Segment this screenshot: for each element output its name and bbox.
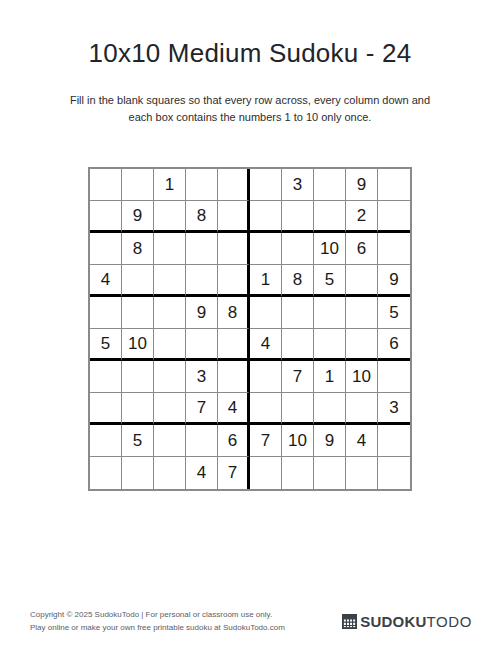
- cell-r3c5: [218, 233, 250, 265]
- cell-r4c1: 4: [90, 265, 122, 297]
- cell-r4c7: 8: [282, 265, 314, 297]
- cell-r5c1: [90, 297, 122, 329]
- cell-r10c5: 7: [218, 457, 250, 489]
- cell-r5c6: [250, 297, 282, 329]
- cell-r4c8: 5: [314, 265, 346, 297]
- cell-r7c5: [218, 361, 250, 393]
- instructions: Fill in the blank squares so that every …: [0, 92, 500, 125]
- cell-r6c3: [154, 329, 186, 361]
- cell-r3c4: [186, 233, 218, 265]
- instructions-line-1: Fill in the blank squares so that every …: [0, 92, 500, 109]
- cell-r7c7: 7: [282, 361, 314, 393]
- cell-r9c7: 10: [282, 425, 314, 457]
- cell-r2c8: [314, 201, 346, 233]
- cell-r2c7: [282, 201, 314, 233]
- cell-r8c9: [346, 393, 378, 425]
- cell-r2c3: [154, 201, 186, 233]
- cell-r9c5: 6: [218, 425, 250, 457]
- footer: Copyright © 2025 SudokuTodo | For person…: [30, 609, 472, 634]
- cell-r9c1: [90, 425, 122, 457]
- cell-r3c7: [282, 233, 314, 265]
- cell-r10c2: [122, 457, 154, 489]
- cell-r1c1: [90, 169, 122, 201]
- copyright-line: Copyright © 2025 SudokuTodo | For person…: [30, 609, 285, 621]
- cell-r7c6: [250, 361, 282, 393]
- cell-r5c5: 8: [218, 297, 250, 329]
- cell-r7c9: 10: [346, 361, 378, 393]
- cell-r2c10: [378, 201, 410, 233]
- grid-wrap: 1399828106418599855104637110743567109447: [0, 167, 500, 491]
- cell-r1c3: 1: [154, 169, 186, 201]
- cell-r5c10: 5: [378, 297, 410, 329]
- cell-r10c7: [282, 457, 314, 489]
- promo-line: Play online or make your own free printa…: [30, 622, 285, 634]
- cell-r2c1: [90, 201, 122, 233]
- cell-r7c2: [122, 361, 154, 393]
- cell-r10c1: [90, 457, 122, 489]
- cell-r10c10: [378, 457, 410, 489]
- page-title: 10x10 Medium Sudoku - 24: [0, 38, 500, 69]
- cell-r2c5: [218, 201, 250, 233]
- sudoku-grid: 1399828106418599855104637110743567109447: [88, 167, 412, 491]
- cell-r6c10: 6: [378, 329, 410, 361]
- cell-r9c2: 5: [122, 425, 154, 457]
- cell-r1c9: 9: [346, 169, 378, 201]
- cell-r9c8: 9: [314, 425, 346, 457]
- cell-r6c4: [186, 329, 218, 361]
- cell-r9c3: [154, 425, 186, 457]
- cell-r6c8: [314, 329, 346, 361]
- cell-r8c8: [314, 393, 346, 425]
- cell-r6c5: [218, 329, 250, 361]
- cell-r8c2: [122, 393, 154, 425]
- cell-r1c7: 3: [282, 169, 314, 201]
- cell-r7c10: [378, 361, 410, 393]
- cell-r8c6: [250, 393, 282, 425]
- cell-r5c3: [154, 297, 186, 329]
- cell-r3c8: 10: [314, 233, 346, 265]
- cell-r1c8: [314, 169, 346, 201]
- logo-word-todo: TODO: [427, 613, 472, 630]
- cell-r10c8: [314, 457, 346, 489]
- cell-r2c9: 2: [346, 201, 378, 233]
- cell-r1c10: [378, 169, 410, 201]
- cell-r10c9: [346, 457, 378, 489]
- cell-r4c9: [346, 265, 378, 297]
- cell-r3c9: 6: [346, 233, 378, 265]
- cell-r3c1: [90, 233, 122, 265]
- cell-r7c3: [154, 361, 186, 393]
- cell-r6c6: 4: [250, 329, 282, 361]
- cell-r7c1: [90, 361, 122, 393]
- cell-r9c9: 4: [346, 425, 378, 457]
- cell-r3c2: 8: [122, 233, 154, 265]
- logo-word-sudoku: SUDOKU: [360, 613, 426, 630]
- cell-r9c4: [186, 425, 218, 457]
- instructions-line-2: each box contains the numbers 1 to 10 on…: [0, 109, 500, 126]
- cell-r8c10: 3: [378, 393, 410, 425]
- cell-r2c6: [250, 201, 282, 233]
- sudokutodo-logo: SUDOKUTODO: [342, 613, 472, 630]
- cell-r6c9: [346, 329, 378, 361]
- cell-r6c7: [282, 329, 314, 361]
- footer-text: Copyright © 2025 SudokuTodo | For person…: [30, 609, 285, 634]
- cell-r5c7: [282, 297, 314, 329]
- grid-logo-icon: [342, 614, 357, 629]
- cell-r9c10: [378, 425, 410, 457]
- cell-r4c4: [186, 265, 218, 297]
- cell-r7c4: 3: [186, 361, 218, 393]
- cell-r6c1: 5: [90, 329, 122, 361]
- cell-r6c2: 10: [122, 329, 154, 361]
- cell-r8c5: 4: [218, 393, 250, 425]
- cell-r9c6: 7: [250, 425, 282, 457]
- cell-r3c10: [378, 233, 410, 265]
- cell-r10c3: [154, 457, 186, 489]
- cell-r5c8: [314, 297, 346, 329]
- cell-r3c3: [154, 233, 186, 265]
- cell-r4c10: 9: [378, 265, 410, 297]
- cell-r4c5: [218, 265, 250, 297]
- cell-r8c7: [282, 393, 314, 425]
- logo-wordmark: SUDOKUTODO: [360, 613, 472, 630]
- cell-r1c2: [122, 169, 154, 201]
- cell-r3c6: [250, 233, 282, 265]
- cell-r4c6: 1: [250, 265, 282, 297]
- cell-r2c2: 9: [122, 201, 154, 233]
- cell-r4c2: [122, 265, 154, 297]
- cell-r1c5: [218, 169, 250, 201]
- cell-r8c4: 7: [186, 393, 218, 425]
- cell-r1c6: [250, 169, 282, 201]
- cell-r10c6: [250, 457, 282, 489]
- cell-r2c4: 8: [186, 201, 218, 233]
- cell-r4c3: [154, 265, 186, 297]
- cell-r8c1: [90, 393, 122, 425]
- cell-r5c4: 9: [186, 297, 218, 329]
- cell-r10c4: 4: [186, 457, 218, 489]
- cell-r8c3: [154, 393, 186, 425]
- cell-r5c2: [122, 297, 154, 329]
- cell-r1c4: [186, 169, 218, 201]
- cell-r5c9: [346, 297, 378, 329]
- cell-r7c8: 1: [314, 361, 346, 393]
